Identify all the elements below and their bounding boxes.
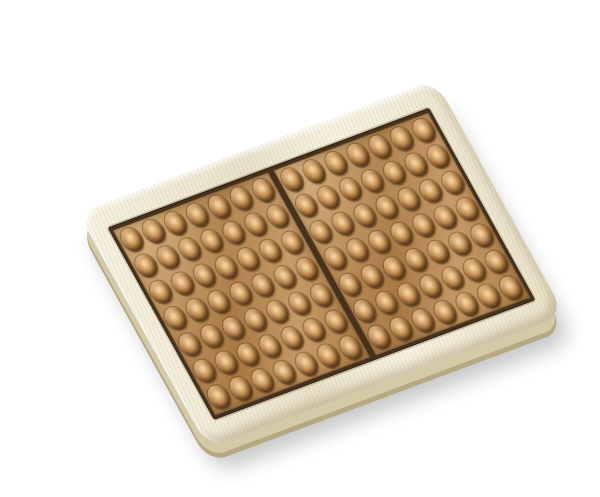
wooden-board bbox=[78, 80, 565, 448]
board-mat bbox=[108, 108, 536, 420]
product-photo-canvas bbox=[0, 0, 600, 497]
